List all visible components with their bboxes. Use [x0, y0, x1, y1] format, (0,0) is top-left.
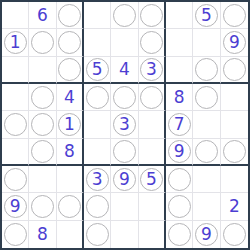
cell-r2c1[interactable]: 1: [2, 29, 29, 56]
given-digit: 8: [37, 225, 48, 242]
cell-r1c7[interactable]: [166, 2, 193, 29]
odd-cell-circle: [86, 86, 109, 109]
cell-r8c3[interactable]: [57, 193, 84, 220]
cell-r2c6[interactable]: [139, 29, 166, 56]
cell-r6c5[interactable]: [111, 139, 138, 166]
cell-r8c4[interactable]: [84, 193, 111, 220]
odd-cell-circle: [58, 58, 81, 81]
cell-r7c8[interactable]: [193, 166, 220, 193]
odd-cell-circle: [168, 195, 191, 218]
cell-r4c7[interactable]: 8: [166, 84, 193, 111]
given-digit: 8: [64, 142, 75, 159]
given-digit: 9: [10, 197, 21, 214]
given-digit: 3: [92, 170, 103, 187]
odd-cell-circle: 9: [113, 168, 136, 191]
given-digit: 4: [119, 60, 130, 77]
cell-r7c1[interactable]: [2, 166, 29, 193]
cell-r8c1[interactable]: 9: [2, 193, 29, 220]
odd-cell-circle: 9: [4, 195, 27, 218]
cell-r9c8[interactable]: 9: [193, 221, 220, 248]
cell-r6c6[interactable]: [139, 139, 166, 166]
given-digit: 9: [174, 142, 185, 159]
cell-r4c9[interactable]: [221, 84, 248, 111]
cell-r5c9[interactable]: [221, 111, 248, 138]
cell-r6c1[interactable]: [2, 139, 29, 166]
odd-cell-circle: [4, 113, 27, 136]
odd-cell-circle: [140, 4, 163, 27]
cell-r1c3[interactable]: [57, 2, 84, 29]
cell-r2c7[interactable]: [166, 29, 193, 56]
cell-r5c5[interactable]: 3: [111, 111, 138, 138]
cell-r9c7[interactable]: [166, 221, 193, 248]
odd-cell-circle: 1: [58, 113, 81, 136]
cell-r2c3[interactable]: [57, 29, 84, 56]
cell-r4c5[interactable]: [111, 84, 138, 111]
odd-cell-circle: [31, 86, 54, 109]
cell-r7c4[interactable]: 3: [84, 166, 111, 193]
cell-r9c1[interactable]: [2, 221, 29, 248]
given-digit: 1: [10, 33, 21, 50]
odd-cell-circle: 3: [86, 168, 109, 191]
cell-r2c4[interactable]: [84, 29, 111, 56]
given-digit: 9: [119, 170, 130, 187]
odd-cell-circle: [195, 140, 218, 163]
odd-cell-circle: [4, 223, 27, 246]
cell-r4c2[interactable]: [29, 84, 56, 111]
given-digit: 7: [174, 115, 185, 132]
cell-r3c2[interactable]: [29, 57, 56, 84]
cell-r5c4[interactable]: [84, 111, 111, 138]
given-digit: 5: [201, 6, 212, 23]
cell-r6c2[interactable]: [29, 139, 56, 166]
cell-r1c6[interactable]: [139, 2, 166, 29]
odd-cell-circle: [58, 195, 81, 218]
cell-r2c5[interactable]: [111, 29, 138, 56]
cell-r4c8[interactable]: [193, 84, 220, 111]
given-digit: 5: [146, 170, 157, 187]
cell-r1c9[interactable]: [221, 2, 248, 29]
cell-r8c2[interactable]: [29, 193, 56, 220]
cell-r5c3[interactable]: 1: [57, 111, 84, 138]
cell-r3c4[interactable]: 5: [84, 57, 111, 84]
cell-r5c6[interactable]: [139, 111, 166, 138]
cell-r9c6[interactable]: [139, 221, 166, 248]
cell-r6c3[interactable]: 8: [57, 139, 84, 166]
cell-r1c5[interactable]: [111, 2, 138, 29]
cell-r7c9[interactable]: [221, 166, 248, 193]
cell-r9c5[interactable]: [111, 221, 138, 248]
cell-r3c3[interactable]: [57, 57, 84, 84]
given-digit: 9: [229, 33, 240, 50]
odd-cell-circle: [31, 113, 54, 136]
cell-r5c1[interactable]: [2, 111, 29, 138]
cell-r5c8[interactable]: [193, 111, 220, 138]
odd-cell-circle: [58, 4, 81, 27]
odd-cell-circle: [113, 140, 136, 163]
odd-cell-circle: [86, 223, 109, 246]
cell-r7c3[interactable]: [57, 166, 84, 193]
odd-cell-circle: [223, 223, 246, 246]
given-digit: 9: [201, 225, 212, 242]
cell-r4c1[interactable]: [2, 84, 29, 111]
cell-r3c9[interactable]: [221, 57, 248, 84]
cell-r1c4[interactable]: [84, 2, 111, 29]
odd-cell-circle: [195, 58, 218, 81]
cell-r1c1[interactable]: [2, 2, 29, 29]
cell-r6c7[interactable]: 9: [166, 139, 193, 166]
odd-cell-circle: 9: [223, 31, 246, 54]
cell-r3c1[interactable]: [2, 57, 29, 84]
given-digit: 3: [119, 115, 130, 132]
cell-r1c2[interactable]: 6: [29, 2, 56, 29]
odd-cell-circle: 9: [168, 140, 191, 163]
cell-r4c3[interactable]: 4: [57, 84, 84, 111]
given-digit: 5: [92, 60, 103, 77]
odd-cell-circle: [113, 86, 136, 109]
cell-r6c8[interactable]: [193, 139, 220, 166]
odd-cell-circle: [31, 195, 54, 218]
cell-r5c2[interactable]: [29, 111, 56, 138]
odd-cell-circle: [223, 58, 246, 81]
cell-r9c2[interactable]: 8: [29, 221, 56, 248]
given-digit: 2: [229, 197, 240, 214]
cell-r2c9[interactable]: 9: [221, 29, 248, 56]
odd-cell-circle: 3: [113, 113, 136, 136]
odd-cell-circle: [86, 195, 109, 218]
odd-cell-circle: [4, 168, 27, 191]
odd-cell-circle: 3: [140, 58, 163, 81]
cell-r7c7[interactable]: [166, 166, 193, 193]
cell-r7c2[interactable]: [29, 166, 56, 193]
cell-r7c6[interactable]: 5: [139, 166, 166, 193]
cell-r4c6[interactable]: [139, 84, 166, 111]
odd-cell-circle: [140, 86, 163, 109]
sudoku-board: 651954348137893959289: [0, 0, 250, 250]
given-digit: 8: [174, 88, 185, 105]
odd-cell-circle: [223, 4, 246, 27]
cell-r8c5[interactable]: [111, 193, 138, 220]
cell-r8c9[interactable]: 2: [221, 193, 248, 220]
odd-cell-circle: 7: [168, 113, 191, 136]
odd-cell-circle: [31, 31, 54, 54]
cell-r9c4[interactable]: [84, 221, 111, 248]
given-digit: 3: [146, 60, 157, 77]
cell-r2c8[interactable]: [193, 29, 220, 56]
cell-r9c9[interactable]: [221, 221, 248, 248]
given-digit: 1: [64, 115, 75, 132]
odd-cell-circle: 5: [86, 58, 109, 81]
cell-r8c6[interactable]: [139, 193, 166, 220]
cell-r3c8[interactable]: [193, 57, 220, 84]
cell-r6c4[interactable]: [84, 139, 111, 166]
odd-cell-circle: 5: [140, 168, 163, 191]
cell-r5c7[interactable]: 7: [166, 111, 193, 138]
odd-cell-circle: [168, 168, 191, 191]
odd-cell-circle: [113, 4, 136, 27]
cell-r7c5[interactable]: 9: [111, 166, 138, 193]
odd-cell-circle: [195, 86, 218, 109]
cell-r1c8[interactable]: 5: [193, 2, 220, 29]
cell-r3c5[interactable]: 4: [111, 57, 138, 84]
odd-cell-circle: 1: [4, 31, 27, 54]
cell-r3c6[interactable]: 3: [139, 57, 166, 84]
cell-r3c7[interactable]: [166, 57, 193, 84]
odd-cell-circle: 5: [195, 4, 218, 27]
given-digit: 6: [37, 6, 48, 23]
odd-cell-circle: [31, 140, 54, 163]
cell-r6c9[interactable]: [221, 139, 248, 166]
cell-r8c8[interactable]: [193, 193, 220, 220]
given-digit: 4: [64, 88, 75, 105]
odd-cell-circle: 9: [195, 223, 218, 246]
odd-cell-circle: [223, 140, 246, 163]
odd-cell-circle: [168, 223, 191, 246]
odd-cell-circle: [140, 31, 163, 54]
cell-r8c7[interactable]: [166, 193, 193, 220]
cell-r2c2[interactable]: [29, 29, 56, 56]
sudoku-puzzle: 651954348137893959289: [0, 0, 250, 250]
cell-r9c3[interactable]: [57, 221, 84, 248]
odd-cell-circle: [58, 31, 81, 54]
cell-r4c4[interactable]: [84, 84, 111, 111]
